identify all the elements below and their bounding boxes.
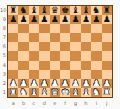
white-piece-P-f2: ♟ (61, 79, 69, 88)
white-piece-P-h2: ♟ (82, 79, 90, 88)
black-piece-B-h10: ♝ (82, 6, 90, 15)
square-e5[interactable] (50, 51, 60, 60)
square-f10[interactable]: ♚ (60, 6, 70, 15)
square-f1[interactable]: ♚ (60, 88, 70, 97)
square-j1[interactable]: ♜ (102, 88, 112, 97)
square-c7[interactable] (29, 33, 39, 42)
file-label-b: b (18, 99, 28, 108)
file-label-h: h (81, 99, 91, 108)
white-piece-N-b1: ♞ (20, 88, 28, 97)
square-d2[interactable]: ♟ (39, 79, 49, 88)
square-h10[interactable]: ♝ (81, 6, 91, 15)
square-b3[interactable] (18, 70, 28, 79)
black-piece-B-d10: ♝ (40, 6, 48, 15)
file-labels: abcdefghij (8, 99, 112, 108)
white-piece-P-g2: ♟ (72, 79, 80, 88)
square-c9[interactable]: ♟ (29, 15, 39, 24)
white-piece-P-a2: ♟ (9, 79, 17, 88)
white-piece-P-d2: ♟ (40, 79, 48, 88)
square-h5[interactable] (81, 51, 91, 60)
rank-label-6: 6 (0, 42, 7, 51)
square-i10[interactable]: ♞ (91, 6, 101, 15)
square-d3[interactable] (39, 70, 49, 79)
black-piece-B-g10: ♝ (72, 6, 80, 15)
white-piece-B-c1: ♝ (30, 88, 38, 97)
square-c8[interactable] (29, 24, 39, 33)
square-e9[interactable]: ♟ (50, 15, 60, 24)
black-piece-N-i10: ♞ (92, 6, 100, 15)
square-f4[interactable] (60, 61, 70, 70)
square-e4[interactable] (50, 61, 60, 70)
square-g3[interactable] (70, 70, 80, 79)
square-c4[interactable] (29, 61, 39, 70)
square-i7[interactable] (91, 33, 101, 42)
black-piece-P-i9: ♟ (92, 15, 100, 24)
square-a9[interactable]: ♟ (8, 15, 18, 24)
square-c1[interactable]: ♝ (29, 88, 39, 97)
rank-label-2: 2 (0, 79, 7, 88)
white-piece-P-b2: ♟ (20, 79, 28, 88)
square-f5[interactable] (60, 51, 70, 60)
square-a5[interactable] (8, 51, 18, 60)
square-b8[interactable] (18, 24, 28, 33)
square-f6[interactable] (60, 42, 70, 51)
square-f9[interactable]: ♟ (60, 15, 70, 24)
square-i3[interactable] (91, 70, 101, 79)
white-piece-P-j2: ♟ (103, 79, 111, 88)
square-h2[interactable]: ♟ (81, 79, 91, 88)
file-label-f: f (60, 99, 70, 108)
square-j2[interactable]: ♟ (102, 79, 112, 88)
square-g10[interactable]: ♝ (70, 6, 80, 15)
square-i2[interactable]: ♟ (91, 79, 101, 88)
file-label-d: d (39, 99, 49, 108)
square-j7[interactable] (102, 33, 112, 42)
black-piece-B-c10: ♝ (30, 6, 38, 15)
white-piece-B-g1: ♝ (72, 88, 80, 97)
white-piece-N-i1: ♞ (92, 88, 100, 97)
square-h7[interactable] (81, 33, 91, 42)
square-d4[interactable] (39, 61, 49, 70)
file-label-i: i (91, 99, 101, 108)
square-j5[interactable] (102, 51, 112, 60)
white-piece-R-j1: ♜ (103, 88, 111, 97)
square-c5[interactable] (29, 51, 39, 60)
rank-label-3: 3 (0, 70, 7, 79)
square-j4[interactable] (102, 61, 112, 70)
square-d8[interactable] (39, 24, 49, 33)
square-a6[interactable] (8, 42, 18, 51)
square-f3[interactable] (60, 70, 70, 79)
square-c10[interactable]: ♝ (29, 6, 39, 15)
square-c2[interactable]: ♟ (29, 79, 39, 88)
square-b10[interactable]: ♞ (18, 6, 28, 15)
square-g8[interactable] (70, 24, 80, 33)
square-g6[interactable] (70, 42, 80, 51)
square-h8[interactable] (81, 24, 91, 33)
square-b6[interactable] (18, 42, 28, 51)
square-f2[interactable]: ♟ (60, 79, 70, 88)
square-b1[interactable]: ♞ (18, 88, 28, 97)
square-j3[interactable] (102, 70, 112, 79)
black-piece-P-a9: ♟ (9, 15, 17, 24)
square-b9[interactable]: ♟ (18, 15, 28, 24)
square-d1[interactable]: ♝ (39, 88, 49, 97)
square-g2[interactable]: ♟ (70, 79, 80, 88)
square-a3[interactable] (8, 70, 18, 79)
black-piece-P-f9: ♟ (61, 15, 69, 24)
square-i5[interactable] (91, 51, 101, 60)
rank-label-5: 5 (0, 51, 7, 60)
square-d6[interactable] (39, 42, 49, 51)
square-i6[interactable] (91, 42, 101, 51)
file-label-j: j (102, 99, 112, 108)
white-piece-Q-e1: ♛ (51, 88, 59, 97)
square-h4[interactable] (81, 61, 91, 70)
rank-label-4: 4 (0, 61, 7, 70)
black-piece-P-d9: ♟ (40, 15, 48, 24)
square-e6[interactable] (50, 42, 60, 51)
white-piece-P-e2: ♟ (51, 79, 59, 88)
square-j10[interactable]: ♜ (102, 6, 112, 15)
white-piece-P-i2: ♟ (92, 79, 100, 88)
square-e2[interactable]: ♟ (50, 79, 60, 88)
rank-labels: 10987654321 (0, 6, 7, 97)
square-j9[interactable]: ♟ (102, 15, 112, 24)
black-piece-P-b9: ♟ (20, 15, 28, 24)
file-label-a: a (8, 99, 18, 108)
square-i4[interactable] (91, 61, 101, 70)
square-d9[interactable]: ♟ (39, 15, 49, 24)
square-f8[interactable] (60, 24, 70, 33)
black-piece-P-g9: ♟ (72, 15, 80, 24)
black-piece-P-h9: ♟ (82, 15, 90, 24)
rank-label-10: 10 (0, 6, 7, 15)
file-label-g: g (70, 99, 80, 108)
square-i1[interactable]: ♞ (91, 88, 101, 97)
square-d7[interactable] (39, 33, 49, 42)
square-e7[interactable] (50, 33, 60, 42)
black-piece-P-c9: ♟ (30, 15, 38, 24)
white-piece-R-a1: ♜ (9, 88, 17, 97)
rank-label-7: 7 (0, 33, 7, 42)
square-b4[interactable] (18, 61, 28, 70)
square-e8[interactable] (50, 24, 60, 33)
square-a8[interactable] (8, 24, 18, 33)
chess-diagram: 10987654321 ♜♞♝♝♛♚♝♝♞♜♟♟♟♟♟♟♟♟♟♟♟♟♟♟♟♟♟♟… (0, 0, 120, 109)
square-j8[interactable] (102, 24, 112, 33)
square-i9[interactable]: ♟ (91, 15, 101, 24)
square-b5[interactable] (18, 51, 28, 60)
square-e10[interactable]: ♛ (50, 6, 60, 15)
square-h6[interactable] (81, 42, 91, 51)
square-d10[interactable]: ♝ (39, 6, 49, 15)
file-label-c: c (29, 99, 39, 108)
file-label-e: e (50, 99, 60, 108)
square-d5[interactable] (39, 51, 49, 60)
square-f7[interactable] (60, 33, 70, 42)
square-g1[interactable]: ♝ (70, 88, 80, 97)
white-piece-B-d1: ♝ (40, 88, 48, 97)
square-g7[interactable] (70, 33, 80, 42)
white-piece-P-c2: ♟ (30, 79, 38, 88)
black-piece-Q-e10: ♛ (51, 6, 59, 15)
square-a2[interactable]: ♟ (8, 79, 18, 88)
square-c3[interactable] (29, 70, 39, 79)
black-piece-K-f10: ♚ (61, 6, 69, 15)
black-piece-P-j9: ♟ (103, 15, 111, 24)
square-g9[interactable]: ♟ (70, 15, 80, 24)
square-h1[interactable]: ♝ (81, 88, 91, 97)
square-b7[interactable] (18, 33, 28, 42)
square-g4[interactable] (70, 61, 80, 70)
square-a7[interactable] (8, 33, 18, 42)
rank-label-9: 9 (0, 15, 7, 24)
white-piece-B-h1: ♝ (82, 88, 90, 97)
black-piece-N-b10: ♞ (20, 6, 28, 15)
black-piece-P-e9: ♟ (51, 15, 59, 24)
square-a4[interactable] (8, 61, 18, 70)
square-h3[interactable] (81, 70, 91, 79)
square-g5[interactable] (70, 51, 80, 60)
square-h9[interactable]: ♟ (81, 15, 91, 24)
rank-label-8: 8 (0, 24, 7, 33)
square-b2[interactable]: ♟ (18, 79, 28, 88)
white-piece-K-f1: ♚ (61, 88, 69, 97)
chess-board[interactable]: ♜♞♝♝♛♚♝♝♞♜♟♟♟♟♟♟♟♟♟♟♟♟♟♟♟♟♟♟♟♟♜♞♝♝♛♚♝♝♞♜ (7, 5, 113, 98)
square-j6[interactable] (102, 42, 112, 51)
square-c6[interactable] (29, 42, 39, 51)
square-a1[interactable]: ♜ (8, 88, 18, 97)
rank-label-1: 1 (0, 88, 7, 97)
square-i8[interactable] (91, 24, 101, 33)
black-piece-R-a10: ♜ (9, 6, 17, 15)
square-e3[interactable] (50, 70, 60, 79)
black-piece-R-j10: ♜ (103, 6, 111, 15)
square-e1[interactable]: ♛ (50, 88, 60, 97)
square-a10[interactable]: ♜ (8, 6, 18, 15)
